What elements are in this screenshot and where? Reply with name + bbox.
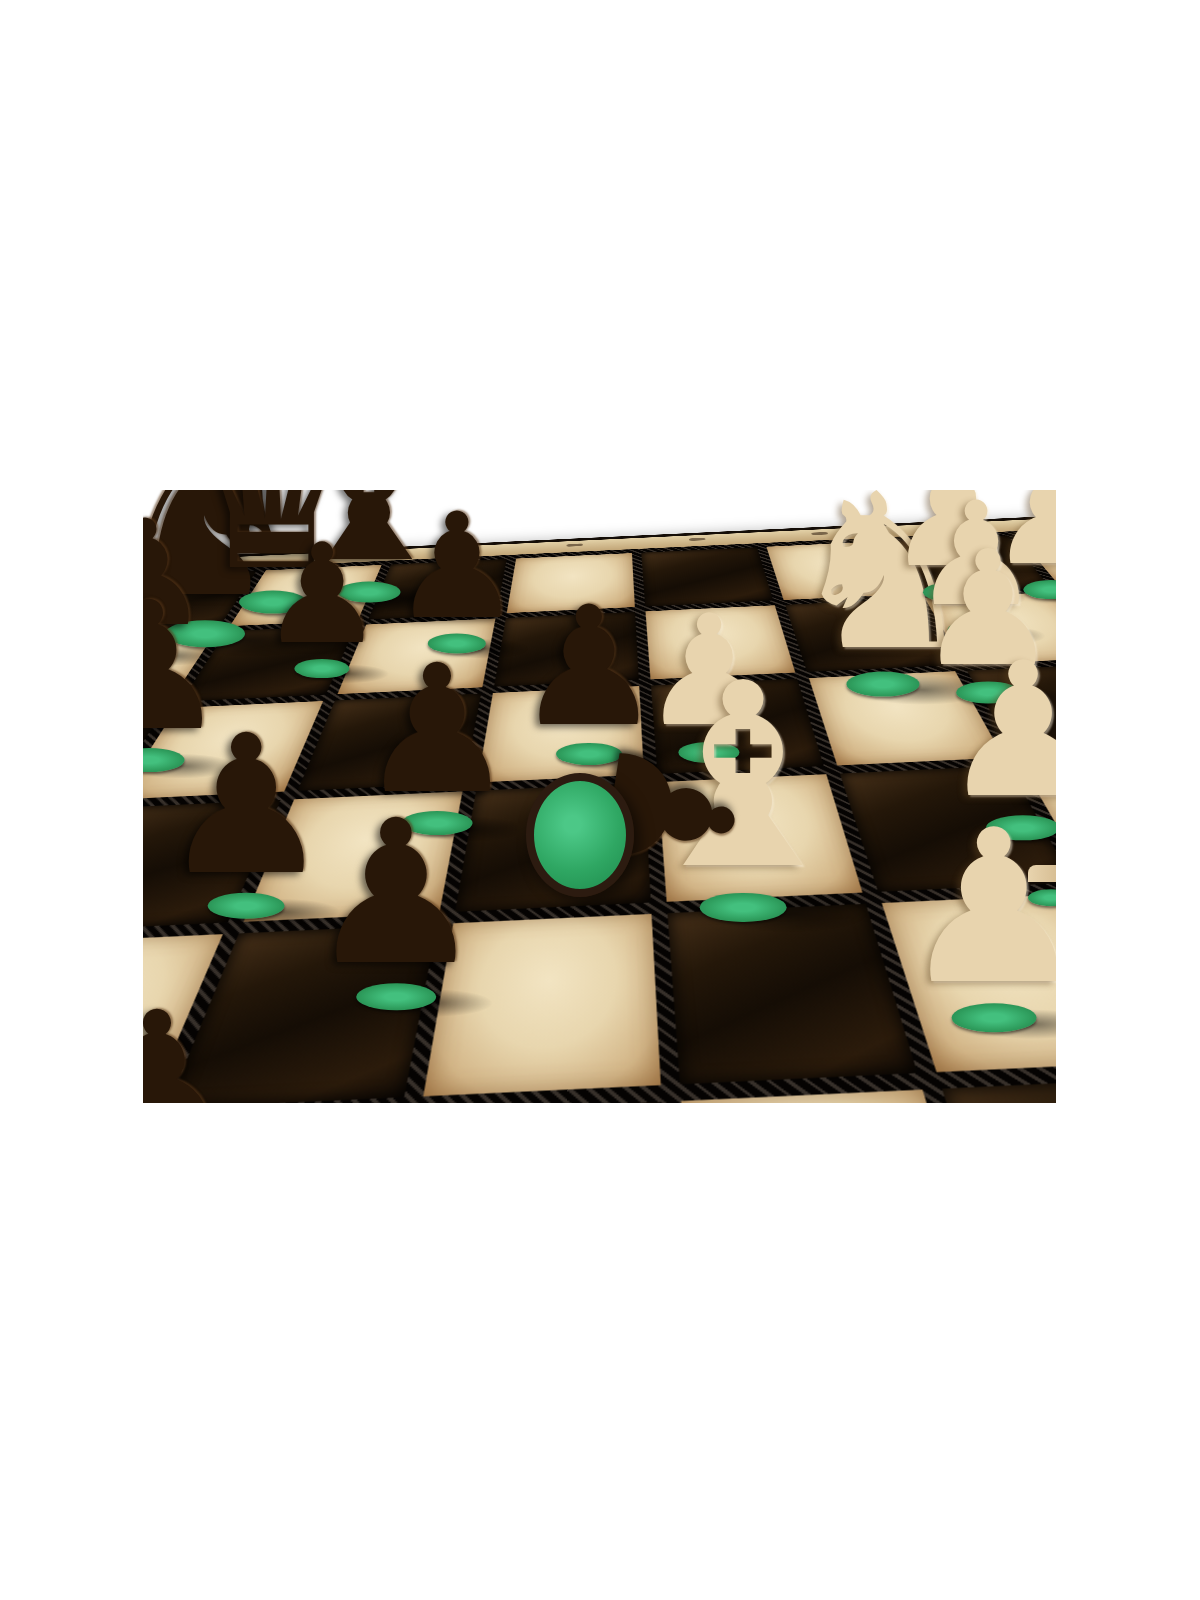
light-pawn[interactable]: ♟ (989, 490, 1056, 585)
page: { "game": "chess", "scene": { "descripti… (0, 0, 1200, 1600)
pieces-layer: ♞♛♝♟♟♟♟♟♟♟♟♟♞♟♟♟♟♟♝♟♟♟ (143, 490, 1056, 1103)
chessboard-photo: 3 ♞♛♝♟♟♟♟♟♟♟♟♟♞♟♟♟♟♟♝♟♟♟ (143, 490, 1056, 1103)
light-pawn[interactable]: ♟ (899, 802, 1056, 1014)
dark-pawn[interactable]: ♟ (143, 579, 228, 756)
dark-pawn[interactable]: ♟ (307, 794, 485, 993)
cut-off-piece-base (1028, 865, 1056, 882)
dark-pawn[interactable]: ♟ (392, 493, 523, 639)
dark-pawn[interactable]: ♟ (143, 989, 236, 1103)
fallen-pawn-felt-disc[interactable] (526, 773, 634, 897)
